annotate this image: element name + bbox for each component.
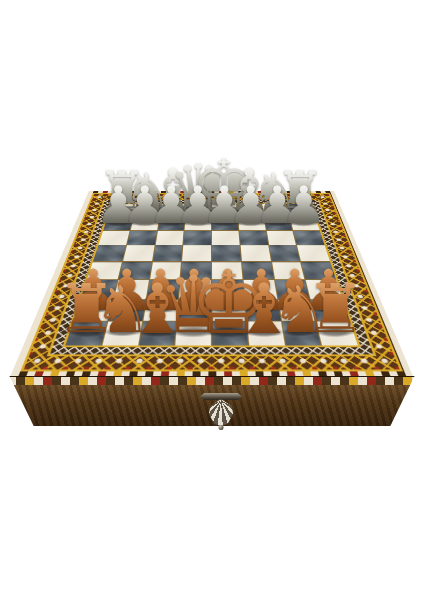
square-b4	[118, 261, 151, 278]
square-h1	[316, 321, 357, 345]
square-f1	[246, 321, 283, 345]
square-b7	[130, 216, 158, 229]
square-d4	[180, 261, 210, 278]
square-h2	[310, 299, 349, 320]
square-a6	[98, 230, 129, 244]
square-d6	[183, 230, 210, 244]
square-e2	[212, 299, 246, 320]
square-b3	[113, 279, 148, 298]
board-pearl-diamond-border	[46, 199, 376, 356]
square-a8	[107, 204, 135, 216]
square-e4	[212, 261, 242, 278]
square-d8	[185, 204, 210, 216]
square-g6	[266, 230, 296, 244]
square-e8	[211, 204, 236, 216]
square-f2	[244, 299, 279, 320]
square-b8	[133, 204, 160, 216]
chess-board	[9, 191, 412, 377]
square-g3	[274, 279, 309, 298]
square-g4	[271, 261, 304, 278]
board-edge-stripe-inlay	[9, 191, 412, 377]
chess-set-photo: ♜♞♝♛♚♝♞♜♟♟♟♟♟♟♟♟♟♟♟♟♟♟♟♟♜♞♝♛♚♝♞♜	[0, 0, 424, 600]
square-g7	[264, 216, 292, 229]
square-b1	[101, 321, 140, 345]
board-squares-grid	[62, 203, 361, 347]
square-c1	[138, 321, 175, 345]
square-f5	[240, 245, 270, 261]
square-b2	[108, 299, 145, 320]
square-a2	[73, 299, 112, 320]
square-f8	[236, 204, 262, 216]
square-h3	[305, 279, 342, 298]
square-d2	[177, 299, 211, 320]
square-e1	[212, 321, 248, 345]
square-d5	[182, 245, 211, 261]
square-c8	[159, 204, 185, 216]
square-d3	[179, 279, 211, 298]
square-g1	[281, 321, 320, 345]
square-c5	[152, 245, 182, 261]
square-a1	[65, 321, 106, 345]
square-c4	[149, 261, 181, 278]
square-h7	[290, 216, 320, 229]
square-e5	[211, 245, 240, 261]
square-a5	[93, 245, 126, 261]
square-d7	[184, 216, 210, 229]
square-e6	[211, 230, 238, 244]
square-f7	[237, 216, 264, 229]
square-c2	[142, 299, 177, 320]
square-f4	[241, 261, 273, 278]
square-a7	[103, 216, 133, 229]
square-b6	[126, 230, 156, 244]
square-g2	[277, 299, 314, 320]
square-c3	[146, 279, 179, 298]
board-perspective-wrapper	[59, 109, 364, 414]
square-c7	[157, 216, 184, 229]
square-f6	[239, 230, 268, 244]
drawer-knob-plate	[200, 393, 242, 400]
square-e7	[211, 216, 237, 229]
drawer-knob-tip	[219, 425, 224, 430]
square-c6	[155, 230, 184, 244]
square-a4	[87, 261, 121, 278]
square-h5	[297, 245, 330, 261]
square-e3	[212, 279, 244, 298]
square-h6	[293, 230, 324, 244]
square-g8	[261, 204, 288, 216]
square-a3	[80, 279, 117, 298]
board-mosaic-border	[20, 193, 403, 371]
square-g5	[268, 245, 299, 261]
square-h4	[301, 261, 335, 278]
square-h8	[286, 204, 314, 216]
square-b5	[122, 245, 153, 261]
square-f3	[243, 279, 276, 298]
square-d1	[175, 321, 211, 345]
